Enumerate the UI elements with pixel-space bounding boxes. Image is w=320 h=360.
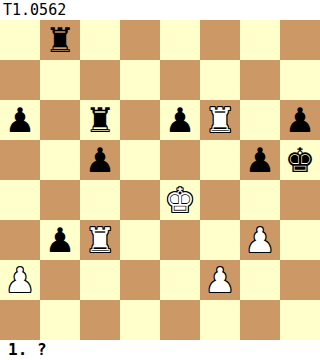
square-c3[interactable]: ♜	[80, 220, 120, 260]
square-g5[interactable]: ♟	[240, 140, 280, 180]
square-e8[interactable]	[160, 20, 200, 60]
black-pawn: ♟	[285, 100, 315, 140]
square-a4[interactable]	[0, 180, 40, 220]
square-e5[interactable]	[160, 140, 200, 180]
square-d1[interactable]	[120, 300, 160, 340]
square-a3[interactable]	[0, 220, 40, 260]
white-pawn: ♟	[5, 260, 35, 300]
square-b1[interactable]	[40, 300, 80, 340]
square-b6[interactable]	[40, 100, 80, 140]
black-pawn: ♟	[85, 140, 115, 180]
square-e3[interactable]	[160, 220, 200, 260]
square-h4[interactable]	[280, 180, 320, 220]
chess-board: ♜♟♜♟♜♟♟♟♚♚♟♜♟♟♟	[0, 20, 320, 340]
square-d4[interactable]	[120, 180, 160, 220]
square-e6[interactable]: ♟	[160, 100, 200, 140]
square-a7[interactable]	[0, 60, 40, 100]
square-a8[interactable]	[0, 20, 40, 60]
square-h7[interactable]	[280, 60, 320, 100]
black-pawn: ♟	[45, 220, 75, 260]
white-pawn: ♟	[245, 220, 275, 260]
square-e4[interactable]: ♚	[160, 180, 200, 220]
square-d6[interactable]	[120, 100, 160, 140]
black-king: ♚	[285, 140, 315, 180]
square-b5[interactable]	[40, 140, 80, 180]
white-rook: ♜	[205, 100, 235, 140]
square-c7[interactable]	[80, 60, 120, 100]
white-king: ♚	[165, 180, 195, 220]
black-pawn: ♟	[5, 100, 35, 140]
square-f7[interactable]	[200, 60, 240, 100]
black-rook: ♜	[85, 100, 115, 140]
black-pawn: ♟	[165, 100, 195, 140]
square-h2[interactable]	[280, 260, 320, 300]
square-h8[interactable]	[280, 20, 320, 60]
white-pawn: ♟	[205, 260, 235, 300]
square-d3[interactable]	[120, 220, 160, 260]
square-c5[interactable]: ♟	[80, 140, 120, 180]
square-c4[interactable]	[80, 180, 120, 220]
square-a5[interactable]	[0, 140, 40, 180]
square-d7[interactable]	[120, 60, 160, 100]
square-g3[interactable]: ♟	[240, 220, 280, 260]
square-c2[interactable]	[80, 260, 120, 300]
square-a6[interactable]: ♟	[0, 100, 40, 140]
square-h5[interactable]: ♚	[280, 140, 320, 180]
square-h1[interactable]	[280, 300, 320, 340]
square-a1[interactable]	[0, 300, 40, 340]
square-f5[interactable]	[200, 140, 240, 180]
square-b7[interactable]	[40, 60, 80, 100]
square-c6[interactable]: ♜	[80, 100, 120, 140]
square-f1[interactable]	[200, 300, 240, 340]
square-b2[interactable]	[40, 260, 80, 300]
square-d2[interactable]	[120, 260, 160, 300]
square-c1[interactable]	[80, 300, 120, 340]
square-g2[interactable]	[240, 260, 280, 300]
square-c8[interactable]	[80, 20, 120, 60]
move-prompt-label: 1. ?	[0, 340, 320, 360]
square-d5[interactable]	[120, 140, 160, 180]
square-f3[interactable]	[200, 220, 240, 260]
square-h3[interactable]	[280, 220, 320, 260]
square-b3[interactable]: ♟	[40, 220, 80, 260]
white-rook: ♜	[85, 220, 115, 260]
square-b8[interactable]: ♜	[40, 20, 80, 60]
square-e7[interactable]	[160, 60, 200, 100]
square-g8[interactable]	[240, 20, 280, 60]
square-d8[interactable]	[120, 20, 160, 60]
square-g6[interactable]	[240, 100, 280, 140]
square-f8[interactable]	[200, 20, 240, 60]
puzzle-id-label: T1.0562	[0, 0, 320, 20]
square-e1[interactable]	[160, 300, 200, 340]
square-g1[interactable]	[240, 300, 280, 340]
black-rook: ♜	[45, 20, 75, 60]
square-g7[interactable]	[240, 60, 280, 100]
square-a2[interactable]: ♟	[0, 260, 40, 300]
black-pawn: ♟	[245, 140, 275, 180]
square-g4[interactable]	[240, 180, 280, 220]
square-f2[interactable]: ♟	[200, 260, 240, 300]
square-f4[interactable]	[200, 180, 240, 220]
square-b4[interactable]	[40, 180, 80, 220]
square-h6[interactable]: ♟	[280, 100, 320, 140]
square-e2[interactable]	[160, 260, 200, 300]
square-f6[interactable]: ♜	[200, 100, 240, 140]
